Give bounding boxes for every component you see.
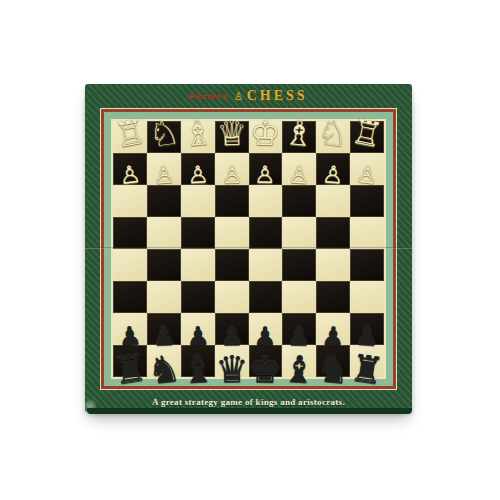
black-rook: ♜ — [348, 349, 386, 390]
square-r8c7: ♞ — [316, 345, 350, 377]
black-knight: ♞ — [315, 349, 352, 389]
square-r2c1: ♙ — [113, 153, 147, 185]
square-r7c7: ♟ — [316, 313, 350, 345]
square-r3c7 — [316, 185, 350, 217]
square-r4c8 — [350, 217, 384, 249]
square-r4c6 — [282, 217, 316, 249]
white-pawn: ♙ — [221, 163, 243, 187]
square-r3c2 — [147, 185, 181, 217]
square-r6c2 — [147, 281, 181, 313]
black-queen: ♛ — [215, 351, 249, 389]
square-r1c6: ♗ — [282, 121, 316, 153]
black-knight: ♞ — [145, 349, 182, 389]
square-r4c5 — [249, 217, 283, 249]
square-r2c8: ♙ — [350, 153, 384, 185]
white-knight: ♘ — [146, 114, 181, 152]
black-bishop: ♝ — [180, 350, 215, 389]
square-r3c5 — [249, 185, 283, 217]
square-r6c3 — [181, 281, 215, 313]
square-r5c7 — [316, 249, 350, 281]
square-r6c8 — [350, 281, 384, 313]
square-r2c5: ♙ — [249, 153, 283, 185]
title-band: Piccolo's ♙ CHESS — [85, 84, 412, 108]
square-r3c8 — [350, 185, 384, 217]
square-r6c5 — [249, 281, 283, 313]
square-r5c8 — [350, 249, 384, 281]
tagline-text: A great strategy game of kings and arist… — [152, 397, 345, 407]
square-r2c6: ♙ — [282, 153, 316, 185]
square-r8c8: ♜ — [350, 345, 384, 377]
square-r1c5: ♔ — [249, 121, 283, 153]
square-r2c2: ♙ — [147, 153, 181, 185]
square-r2c3: ♙ — [181, 153, 215, 185]
square-r3c1 — [113, 185, 147, 217]
square-r4c3 — [181, 217, 215, 249]
square-r1c7: ♘ — [316, 121, 350, 153]
square-r8c2: ♞ — [147, 345, 181, 377]
square-r1c1: ♖ — [113, 121, 147, 153]
white-pawn: ♙ — [254, 163, 276, 187]
white-knight: ♘ — [316, 114, 351, 152]
square-r6c7 — [316, 281, 350, 313]
square-r7c2: ♟ — [147, 313, 181, 345]
square-r8c3: ♝ — [181, 345, 215, 377]
square-r3c4 — [215, 185, 249, 217]
square-r2c4: ♙ — [215, 153, 249, 185]
square-r8c1: ♜ — [113, 345, 147, 377]
product-photo: Piccolo's ♙ CHESS ♖♘♗♕♔♗♘♖♙♙♙♙♙♙♙♙♟♟♟♟♟♟… — [0, 0, 500, 500]
square-r7c8: ♟ — [350, 313, 384, 345]
square-r7c5: ♟ — [249, 313, 283, 345]
square-r8c4: ♛ — [215, 345, 249, 377]
square-r5c6 — [282, 249, 316, 281]
white-pawn: ♙ — [186, 162, 209, 187]
square-r6c6 — [282, 281, 316, 313]
brand-text: Piccolo's — [189, 92, 228, 101]
white-bishop: ♗ — [181, 115, 214, 151]
square-r5c5 — [249, 249, 283, 281]
white-bishop: ♗ — [283, 115, 316, 151]
board-side-edge — [87, 408, 412, 414]
square-r8c5: ♚ — [249, 345, 283, 377]
square-r8c6: ♝ — [282, 345, 316, 377]
square-r3c6 — [282, 185, 316, 217]
white-queen: ♕ — [216, 116, 247, 151]
black-bishop: ♝ — [282, 350, 317, 389]
white-rook: ♖ — [349, 113, 386, 152]
square-r5c3 — [181, 249, 215, 281]
chess-board: ♖♘♗♕♔♗♘♖♙♙♙♙♙♙♙♙♟♟♟♟♟♟♟♟♜♞♝♛♚♝♞♜ — [113, 121, 384, 377]
square-r6c1 — [113, 281, 147, 313]
square-r1c8: ♖ — [350, 121, 384, 153]
black-king: ♚ — [248, 351, 282, 389]
square-r2c7: ♙ — [316, 153, 350, 185]
white-king: ♔ — [250, 116, 281, 151]
square-r5c4 — [215, 249, 249, 281]
black-rook: ♜ — [111, 349, 149, 390]
square-r4c2 — [147, 217, 181, 249]
product-title: CHESS — [247, 88, 308, 104]
square-r1c2: ♘ — [147, 121, 181, 153]
square-r1c3: ♗ — [181, 121, 215, 153]
pawn-icon: ♙ — [234, 90, 244, 103]
square-r4c1 — [113, 217, 147, 249]
square-r7c4: ♟ — [215, 313, 249, 345]
square-r1c4: ♕ — [215, 121, 249, 153]
chess-set-board: Piccolo's ♙ CHESS ♖♘♗♕♔♗♘♖♙♙♙♙♙♙♙♙♟♟♟♟♟♟… — [85, 84, 412, 412]
fold-seam — [85, 247, 412, 249]
white-rook: ♖ — [112, 113, 149, 152]
square-r7c6: ♟ — [282, 313, 316, 345]
square-r5c1 — [113, 249, 147, 281]
square-r7c1: ♟ — [113, 313, 147, 345]
square-r3c3 — [181, 185, 215, 217]
board-frame: ♖♘♗♕♔♗♘♖♙♙♙♙♙♙♙♙♟♟♟♟♟♟♟♟♜♞♝♛♚♝♞♜ — [101, 109, 396, 389]
square-r4c7 — [316, 217, 350, 249]
square-r7c3: ♟ — [181, 313, 215, 345]
square-r5c2 — [147, 249, 181, 281]
white-pawn: ♙ — [288, 162, 311, 187]
square-r4c4 — [215, 217, 249, 249]
board-inner-frame: ♖♘♗♕♔♗♘♖♙♙♙♙♙♙♙♙♟♟♟♟♟♟♟♟♜♞♝♛♚♝♞♜ — [111, 119, 386, 379]
square-r6c4 — [215, 281, 249, 313]
